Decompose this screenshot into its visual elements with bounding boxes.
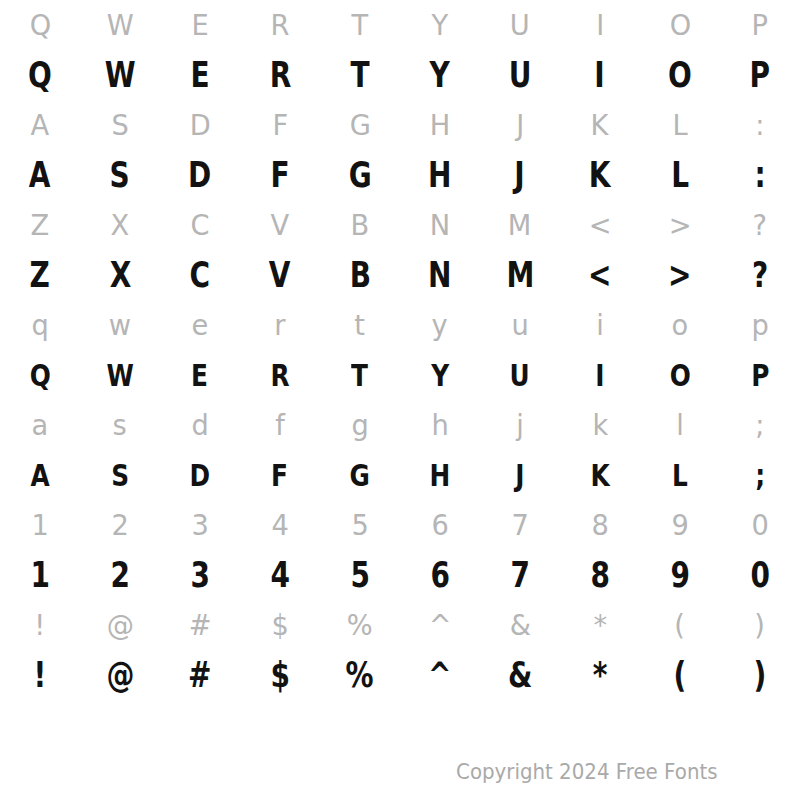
- charmap-cell-r2-c8: I: [560, 50, 640, 100]
- charmap-cell-r8-c6: Y: [400, 350, 480, 400]
- charmap-glyph: S: [111, 460, 129, 491]
- charmap-cell-r8-c5: T: [320, 350, 400, 400]
- charmap-cell-r4-c3: D: [160, 150, 240, 200]
- charmap-cell-r5-c4: V: [240, 200, 320, 250]
- charmap-glyph: 4: [270, 558, 289, 593]
- charmap-glyph: ?: [753, 211, 767, 240]
- charmap-cell-r11-c6: 6: [400, 500, 480, 550]
- charmap-glyph: $: [271, 611, 288, 640]
- charmap-glyph: 3: [190, 558, 209, 593]
- charmap-glyph: &: [509, 611, 530, 640]
- charmap-cell-r6-c10: ?: [720, 250, 800, 300]
- charmap-cell-r13-c6: ^: [400, 600, 480, 650]
- charmap-glyph: G: [348, 158, 371, 193]
- charmap-glyph: i: [596, 311, 604, 340]
- charmap-cell-r4-c8: K: [560, 150, 640, 200]
- charmap-glyph: M: [508, 211, 532, 240]
- charmap-cell-r9-c2: s: [80, 400, 160, 450]
- charmap-glyph: *: [593, 611, 607, 640]
- charmap-cell-r12-c5: 5: [320, 550, 400, 600]
- charmap-glyph: %: [347, 611, 373, 640]
- charmap-cell-r7-c7: u: [480, 300, 560, 350]
- charmap-glyph: I: [596, 11, 604, 40]
- charmap-glyph: (: [675, 611, 686, 640]
- charmap-cell-r10-c2: S: [80, 450, 160, 500]
- charmap-glyph: ): [755, 611, 766, 640]
- charmap-glyph: W: [106, 360, 133, 391]
- charmap-cell-r5-c10: ?: [720, 200, 800, 250]
- charmap-glyph: K: [590, 460, 609, 491]
- charmap-cell-r6-c9: >: [640, 250, 720, 300]
- charmap-glyph: I: [595, 58, 605, 93]
- charmap-cell-r10-c10: ;: [720, 450, 800, 500]
- charmap-cell-r5-c7: M: [480, 200, 560, 250]
- charmap-cell-r4-c4: F: [240, 150, 320, 200]
- charmap-glyph: :: [754, 158, 765, 193]
- charmap-cell-r1-c6: Y: [400, 0, 480, 50]
- charmap-glyph: g: [351, 411, 368, 440]
- charmap-cell-r3-c10: :: [720, 100, 800, 150]
- charmap-cell-r1-c8: I: [560, 0, 640, 50]
- charmap-glyph: s: [113, 411, 127, 440]
- charmap-cell-r8-c1: Q: [0, 350, 80, 400]
- charmap-glyph: *: [593, 658, 608, 693]
- charmap-cell-r2-c7: U: [480, 50, 560, 100]
- charmap-cell-r13-c4: $: [240, 600, 320, 650]
- charmap-glyph: O: [668, 58, 692, 93]
- charmap-glyph: %: [346, 658, 374, 693]
- charmap-cell-r7-c4: r: [240, 300, 320, 350]
- charmap-cell-r4-c9: L: [640, 150, 720, 200]
- charmap-cell-r8-c3: E: [160, 350, 240, 400]
- charmap-cell-r9-c3: d: [160, 400, 240, 450]
- charmap-cell-r9-c4: f: [240, 400, 320, 450]
- charmap-cell-r6-c5: B: [320, 250, 400, 300]
- charmap-glyph: a: [32, 411, 49, 440]
- charmap-glyph: &: [508, 658, 532, 693]
- charmap-cell-r5-c5: B: [320, 200, 400, 250]
- charmap-glyph: W: [105, 58, 136, 93]
- charmap-cell-r4-c6: H: [400, 150, 480, 200]
- charmap-glyph: N: [428, 258, 451, 293]
- charmap-cell-r9-c8: k: [560, 400, 640, 450]
- charmap-cell-r8-c7: U: [480, 350, 560, 400]
- charmap-glyph: P: [752, 11, 768, 40]
- charmap-cell-r9-c7: j: [480, 400, 560, 450]
- charmap-cell-r5-c1: Z: [0, 200, 80, 250]
- charmap-glyph: F: [272, 111, 288, 140]
- charmap-cell-r7-c1: q: [0, 300, 80, 350]
- charmap-cell-r14-c10: ): [720, 650, 800, 700]
- charmap-glyph: 2: [111, 511, 128, 540]
- charmap-cell-r1-c2: W: [80, 0, 160, 50]
- charmap-glyph: :: [755, 111, 764, 140]
- charmap-cell-r2-c3: E: [160, 50, 240, 100]
- charmap-glyph: A: [31, 111, 50, 140]
- charmap-cell-r10-c8: K: [560, 450, 640, 500]
- charmap-glyph: #: [189, 611, 212, 640]
- charmap-glyph: <: [588, 258, 611, 293]
- charmap-glyph: J: [515, 460, 524, 491]
- charmap-glyph: T: [352, 11, 369, 40]
- charmap-glyph: #: [188, 658, 211, 693]
- charmap-cell-r3-c1: A: [0, 100, 80, 150]
- copyright-text: Copyright 2024 Free Fonts: [457, 759, 718, 784]
- charmap-glyph: J: [516, 111, 524, 140]
- charmap-glyph: !: [35, 611, 46, 640]
- charmap-glyph: I: [595, 360, 604, 391]
- charmap-glyph: E: [191, 11, 208, 40]
- charmap-cell-r8-c9: O: [640, 350, 720, 400]
- charmap-cell-r4-c2: S: [80, 150, 160, 200]
- charmap-glyph: ?: [752, 258, 768, 293]
- charmap-cell-r6-c4: V: [240, 250, 320, 300]
- charmap-cell-r6-c8: <: [560, 250, 640, 300]
- charmap-glyph: 4: [271, 511, 288, 540]
- charmap-glyph: H: [430, 111, 451, 140]
- charmap-cell-r7-c10: p: [720, 300, 800, 350]
- charmap-cell-r7-c3: e: [160, 300, 240, 350]
- charmap-cell-r6-c3: C: [160, 250, 240, 300]
- charmap-glyph: A: [29, 158, 51, 193]
- charmap-cell-r13-c5: %: [320, 600, 400, 650]
- charmap-cell-r13-c8: *: [560, 600, 640, 650]
- charmap-glyph: R: [270, 360, 289, 391]
- charmap-cell-r3-c3: D: [160, 100, 240, 150]
- charmap-cell-r9-c10: ;: [720, 400, 800, 450]
- charmap-glyph: D: [190, 460, 211, 491]
- charmap-glyph: Q: [28, 58, 52, 93]
- charmap-cell-r1-c4: R: [240, 0, 320, 50]
- charmap-glyph: J: [515, 158, 525, 193]
- charmap-cell-r2-c6: Y: [400, 50, 480, 100]
- charmap-cell-r10-c9: L: [640, 450, 720, 500]
- charmap-cell-r14-c3: #: [160, 650, 240, 700]
- charmap-glyph: !: [34, 658, 47, 693]
- charmap-cell-r12-c4: 4: [240, 550, 320, 600]
- charmap-glyph: 7: [510, 558, 529, 593]
- charmap-glyph: K: [591, 111, 609, 140]
- charmap-cell-r13-c2: @: [80, 600, 160, 650]
- charmap-cell-r5-c2: X: [80, 200, 160, 250]
- charmap-cell-r14-c8: *: [560, 650, 640, 700]
- charmap-cell-r11-c1: 1: [0, 500, 80, 550]
- charmap-cell-r3-c8: K: [560, 100, 640, 150]
- charmap-cell-r8-c2: W: [80, 350, 160, 400]
- charmap-cell-r14-c7: &: [480, 650, 560, 700]
- charmap-cell-r3-c7: J: [480, 100, 560, 150]
- charmap-cell-r12-c10: 0: [720, 550, 800, 600]
- charmap-glyph: Y: [430, 58, 450, 93]
- charmap-cell-r1-c10: P: [720, 0, 800, 50]
- charmap-glyph: M: [506, 258, 534, 293]
- charmap-glyph: $: [270, 658, 289, 693]
- charmap-cell-r6-c7: M: [480, 250, 560, 300]
- charmap-glyph: y: [432, 311, 448, 340]
- charmap-cell-r7-c6: y: [400, 300, 480, 350]
- charmap-glyph: V: [271, 211, 290, 240]
- charmap-glyph: u: [511, 311, 528, 340]
- charmap-glyph: ^: [429, 611, 452, 640]
- charmap-cell-r9-c5: g: [320, 400, 400, 450]
- charmap-glyph: 8: [591, 511, 608, 540]
- charmap-glyph: r: [274, 311, 285, 340]
- charmap-cell-r5-c9: >: [640, 200, 720, 250]
- charmap-glyph: A: [30, 460, 49, 491]
- charmap-glyph: N: [430, 211, 450, 240]
- charmap-glyph: C: [190, 211, 209, 240]
- charmap-cell-r11-c10: 0: [720, 500, 800, 550]
- charmap-glyph: L: [671, 158, 689, 193]
- charmap-cell-r10-c3: D: [160, 450, 240, 500]
- charmap-cell-r10-c1: A: [0, 450, 80, 500]
- charmap-glyph: E: [190, 58, 209, 93]
- charmap-glyph: G: [350, 460, 370, 491]
- charmap-cell-r12-c2: 2: [80, 550, 160, 600]
- charmap-glyph: t: [355, 311, 366, 340]
- charmap-glyph: 6: [430, 558, 449, 593]
- charmap-cell-r10-c6: H: [400, 450, 480, 500]
- charmap-glyph: q: [31, 311, 48, 340]
- charmap-glyph: o: [672, 311, 689, 340]
- charmap-glyph: G: [349, 111, 370, 140]
- charmap-glyph: S: [111, 111, 128, 140]
- charmap-cell-r4-c1: A: [0, 150, 80, 200]
- charmap-glyph: ^: [428, 658, 451, 693]
- charmap-cell-r6-c2: X: [80, 250, 160, 300]
- charmap-glyph: Y: [432, 11, 449, 40]
- charmap-cell-r13-c1: !: [0, 600, 80, 650]
- charmap-cell-r5-c8: <: [560, 200, 640, 250]
- charmap-cell-r2-c9: O: [640, 50, 720, 100]
- charmap-glyph: Q: [29, 360, 50, 391]
- charmap-cell-r11-c2: 2: [80, 500, 160, 550]
- charmap-cell-r1-c9: O: [640, 0, 720, 50]
- charmap-glyph: 8: [590, 558, 609, 593]
- charmap-cell-r2-c2: W: [80, 50, 160, 100]
- charmap-cell-r11-c9: 9: [640, 500, 720, 550]
- charmap-glyph: O: [669, 11, 690, 40]
- charmap-cell-r11-c7: 7: [480, 500, 560, 550]
- charmap-glyph: C: [190, 258, 211, 293]
- charmap-cell-r5-c6: N: [400, 200, 480, 250]
- charmap-glyph: p: [751, 311, 768, 340]
- charmap-glyph: B: [351, 211, 370, 240]
- charmap-glyph: >: [668, 258, 691, 293]
- charmap-cell-r14-c2: @: [80, 650, 160, 700]
- charmap-cell-r10-c5: G: [320, 450, 400, 500]
- charmap-glyph: K: [589, 158, 611, 193]
- charmap-glyph: Y: [431, 360, 449, 391]
- charmap-cell-r13-c10: ): [720, 600, 800, 650]
- charmap-cell-r11-c5: 5: [320, 500, 400, 550]
- charmap-glyph: d: [191, 411, 208, 440]
- charmap-cell-r9-c9: l: [640, 400, 720, 450]
- charmap-cell-r7-c8: i: [560, 300, 640, 350]
- charmap-glyph: S: [110, 158, 130, 193]
- charmap-glyph: B: [349, 258, 370, 293]
- charmap-glyph: 0: [750, 558, 769, 593]
- charmap-cell-r8-c8: I: [560, 350, 640, 400]
- charmap-glyph: F: [270, 158, 289, 193]
- charmap-cell-r6-c1: Z: [0, 250, 80, 300]
- charmap-glyph: 5: [350, 558, 369, 593]
- charmap-glyph: X: [109, 258, 131, 293]
- charmap-glyph: w: [109, 311, 131, 340]
- charmap-glyph: l: [676, 411, 684, 440]
- charmap-cell-r13-c3: #: [160, 600, 240, 650]
- charmap-cell-r11-c3: 3: [160, 500, 240, 550]
- charmap-glyph: U: [510, 11, 530, 40]
- charmap-cell-r3-c5: G: [320, 100, 400, 150]
- charmap-cell-r4-c10: :: [720, 150, 800, 200]
- charmap-glyph: L: [672, 460, 688, 491]
- charmap-glyph: h: [431, 411, 448, 440]
- charmap-glyph: >: [669, 211, 692, 240]
- charmap-cell-r6-c6: N: [400, 250, 480, 300]
- charmap-glyph: V: [269, 258, 291, 293]
- charmap-glyph: T: [352, 360, 369, 391]
- charmap-cell-r9-c6: h: [400, 400, 480, 450]
- charmap-glyph: P: [751, 360, 769, 391]
- charmap-glyph: D: [189, 111, 210, 140]
- charmap-glyph: @: [106, 658, 134, 693]
- charmap-cell-r9-c1: a: [0, 400, 80, 450]
- charmap-cell-r11-c8: 8: [560, 500, 640, 550]
- charmap-glyph: O: [669, 360, 690, 391]
- charmap-glyph: E: [192, 360, 209, 391]
- charmap-glyph: 6: [431, 511, 448, 540]
- charmap-cell-r2-c1: Q: [0, 50, 80, 100]
- charmap-glyph: U: [509, 58, 532, 93]
- charmap-cell-r2-c5: T: [320, 50, 400, 100]
- charmap-cell-r4-c7: J: [480, 150, 560, 200]
- charmap-cell-r2-c10: P: [720, 50, 800, 100]
- charmap-cell-r14-c1: !: [0, 650, 80, 700]
- charmap-glyph: Q: [29, 11, 50, 40]
- charmap-glyph: H: [430, 460, 451, 491]
- charmap-cell-r12-c6: 6: [400, 550, 480, 600]
- charmap-glyph: 1: [30, 558, 49, 593]
- charmap-glyph: 0: [751, 511, 768, 540]
- charmap-cell-r1-c5: T: [320, 0, 400, 50]
- charmap-cell-r14-c5: %: [320, 650, 400, 700]
- charmap-cell-r7-c9: o: [640, 300, 720, 350]
- charmap-glyph: Z: [31, 211, 50, 240]
- charmap-glyph: W: [107, 11, 134, 40]
- charmap-cell-r14-c9: (: [640, 650, 720, 700]
- charmap-cell-r5-c3: C: [160, 200, 240, 250]
- charmap-glyph: H: [428, 158, 451, 193]
- charmap-cell-r14-c6: ^: [400, 650, 480, 700]
- charmap-glyph: L: [672, 111, 687, 140]
- charmap-glyph: j: [516, 411, 524, 440]
- charmap-glyph: P: [750, 58, 771, 93]
- charmap-cell-r11-c4: 4: [240, 500, 320, 550]
- charmap-cell-r3-c9: L: [640, 100, 720, 150]
- charmap-cell-r3-c4: F: [240, 100, 320, 150]
- charmap-cell-r8-c10: P: [720, 350, 800, 400]
- charmap-glyph: F: [272, 460, 289, 491]
- charmap-glyph: U: [510, 360, 530, 391]
- charmap-cell-r12-c7: 7: [480, 550, 560, 600]
- charmap-glyph: 2: [110, 558, 129, 593]
- charmap-cell-r3-c6: H: [400, 100, 480, 150]
- charmap-cell-r1-c7: U: [480, 0, 560, 50]
- charmap-cell-r7-c2: w: [80, 300, 160, 350]
- charmap-glyph: k: [592, 411, 608, 440]
- charmap-glyph: ;: [755, 411, 764, 440]
- charmap-glyph: @: [106, 611, 133, 640]
- charmap-glyph: 1: [31, 511, 48, 540]
- charmap-cell-r13-c7: &: [480, 600, 560, 650]
- charmap-glyph: (: [674, 658, 687, 693]
- charmap-glyph: R: [269, 58, 291, 93]
- charmap-cell-r10-c7: J: [480, 450, 560, 500]
- charmap-cell-r4-c5: G: [320, 150, 400, 200]
- charmap-glyph: X: [111, 211, 130, 240]
- charmap-cell-r3-c2: S: [80, 100, 160, 150]
- charmap-cell-r10-c4: F: [240, 450, 320, 500]
- charmap-cell-r12-c3: 3: [160, 550, 240, 600]
- charmap-glyph: 5: [351, 511, 368, 540]
- charmap-cell-r1-c3: E: [160, 0, 240, 50]
- charmap-glyph: ): [754, 658, 767, 693]
- charmap-glyph: f: [275, 411, 285, 440]
- charmap-cell-r12-c1: 1: [0, 550, 80, 600]
- charmap-cell-r13-c9: (: [640, 600, 720, 650]
- charmap-cell-r12-c9: 9: [640, 550, 720, 600]
- charmap-cell-r7-c5: t: [320, 300, 400, 350]
- charmap-cell-r14-c4: $: [240, 650, 320, 700]
- charmap-glyph: T: [350, 58, 369, 93]
- charmap-glyph: 3: [191, 511, 208, 540]
- charmap-glyph: 9: [671, 511, 688, 540]
- charmap-glyph: R: [271, 11, 290, 40]
- charmap-glyph: 7: [511, 511, 528, 540]
- charmap-cell-r1-c1: Q: [0, 0, 80, 50]
- charmap-glyph: e: [192, 311, 209, 340]
- charmap-cell-r2-c4: R: [240, 50, 320, 100]
- charmap-glyph: Z: [30, 258, 50, 293]
- charmap-glyph: D: [188, 158, 211, 193]
- charmap-glyph: ;: [755, 460, 765, 491]
- charmap-cell-r8-c4: R: [240, 350, 320, 400]
- charmap-grid: QWERTYUIOPQWERTYUIOPASDFGHJKL:ASDFGHJKL:…: [0, 0, 800, 700]
- charmap-cell-r12-c8: 8: [560, 550, 640, 600]
- charmap-glyph: <: [589, 211, 612, 240]
- charmap-glyph: 9: [670, 558, 689, 593]
